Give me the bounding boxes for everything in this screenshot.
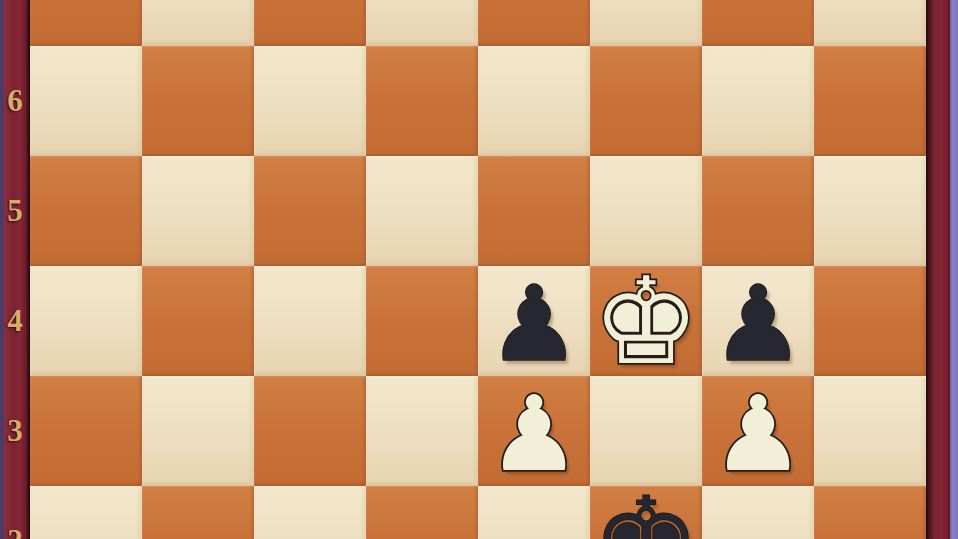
square-e3[interactable]: ♟ [478, 376, 590, 486]
rank-label-3: 3 [1, 413, 29, 449]
square-c4[interactable] [254, 266, 366, 376]
square-h3[interactable] [814, 376, 926, 486]
chess-board-view: ♟♚♟♟♟♚ 65432 [0, 0, 958, 539]
square-c6[interactable] [254, 46, 366, 156]
square-f5[interactable] [590, 156, 702, 266]
square-e2[interactable] [478, 486, 590, 539]
square-d6[interactable] [366, 46, 478, 156]
black-king-f2[interactable]: ♚ [590, 486, 702, 539]
square-g3[interactable]: ♟ [702, 376, 814, 486]
square-e7[interactable] [478, 0, 590, 46]
square-a7[interactable] [30, 0, 142, 46]
board-left-rail [0, 0, 30, 539]
black-pawn-e4[interactable]: ♟ [478, 266, 590, 376]
square-g7[interactable] [702, 0, 814, 46]
square-g4[interactable]: ♟ [702, 266, 814, 376]
white-king-f4[interactable]: ♚ [590, 266, 702, 376]
rank-label-6: 6 [1, 83, 29, 119]
square-h5[interactable] [814, 156, 926, 266]
square-f7[interactable] [590, 0, 702, 46]
square-a3[interactable] [30, 376, 142, 486]
rank-label-2: 2 [1, 523, 29, 539]
square-b6[interactable] [142, 46, 254, 156]
square-d2[interactable] [366, 486, 478, 539]
square-b5[interactable] [142, 156, 254, 266]
square-a2[interactable] [30, 486, 142, 539]
white-pawn-e3[interactable]: ♟ [478, 376, 590, 486]
rank-label-4: 4 [1, 303, 29, 339]
square-a4[interactable] [30, 266, 142, 376]
board-right-rail [926, 0, 958, 539]
square-h4[interactable] [814, 266, 926, 376]
square-b2[interactable] [142, 486, 254, 539]
square-a5[interactable] [30, 156, 142, 266]
chess-board: ♟♚♟♟♟♚ [30, 0, 926, 539]
square-b7[interactable] [142, 0, 254, 46]
square-c2[interactable] [254, 486, 366, 539]
square-e5[interactable] [478, 156, 590, 266]
square-b3[interactable] [142, 376, 254, 486]
square-e4[interactable]: ♟ [478, 266, 590, 376]
square-g6[interactable] [702, 46, 814, 156]
black-pawn-g4[interactable]: ♟ [702, 266, 814, 376]
square-d4[interactable] [366, 266, 478, 376]
square-h2[interactable] [814, 486, 926, 539]
square-d7[interactable] [366, 0, 478, 46]
square-c3[interactable] [254, 376, 366, 486]
square-e6[interactable] [478, 46, 590, 156]
square-d5[interactable] [366, 156, 478, 266]
square-c5[interactable] [254, 156, 366, 266]
square-f4[interactable]: ♚ [590, 266, 702, 376]
square-f6[interactable] [590, 46, 702, 156]
square-h7[interactable] [814, 0, 926, 46]
square-c7[interactable] [254, 0, 366, 46]
square-f3[interactable] [590, 376, 702, 486]
square-d3[interactable] [366, 376, 478, 486]
square-h6[interactable] [814, 46, 926, 156]
square-b4[interactable] [142, 266, 254, 376]
rank-label-5: 5 [1, 193, 29, 229]
white-pawn-g3[interactable]: ♟ [702, 376, 814, 486]
square-a6[interactable] [30, 46, 142, 156]
square-g5[interactable] [702, 156, 814, 266]
square-f2[interactable]: ♚ [590, 486, 702, 539]
square-g2[interactable] [702, 486, 814, 539]
